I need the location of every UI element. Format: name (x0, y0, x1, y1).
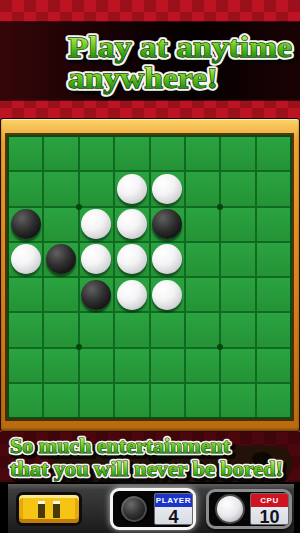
cpu-score: 10 (251, 507, 288, 525)
pause-icon (53, 501, 60, 518)
white-disc (81, 244, 111, 274)
board-cell[interactable] (115, 384, 148, 417)
board-cell[interactable] (44, 349, 77, 382)
board-cell[interactable] (9, 137, 42, 170)
black-disc (46, 244, 76, 274)
board-cell[interactable] (44, 278, 77, 311)
board (7, 135, 292, 419)
board-cell[interactable] (115, 137, 148, 170)
board-cell[interactable] (115, 172, 148, 205)
board-cell[interactable] (80, 349, 113, 382)
board-cell[interactable] (80, 208, 113, 241)
white-disc (117, 174, 147, 204)
white-disc (117, 244, 147, 274)
board-cell[interactable] (186, 208, 219, 241)
app-screen: Play at anytime anywhere! Play at anytim… (0, 0, 300, 533)
board-cell[interactable] (221, 384, 254, 417)
cpu-label: CPU (251, 494, 288, 507)
board-cell[interactable] (80, 172, 113, 205)
board-cell[interactable] (115, 243, 148, 276)
board-cell[interactable] (186, 137, 219, 170)
board-cell[interactable] (151, 384, 184, 417)
board-cell[interactable] (151, 278, 184, 311)
board-cell[interactable] (257, 384, 290, 417)
board-cell[interactable] (151, 137, 184, 170)
top-banner-text: Play at anytime anywhere! Play at anytim… (0, 22, 300, 100)
player-score: 4 (155, 507, 192, 525)
board-cell[interactable] (257, 278, 290, 311)
bottom-banner: So much entertainment that you will neve… (0, 432, 300, 482)
board-cell[interactable] (9, 349, 42, 382)
board-cell[interactable] (221, 243, 254, 276)
board-cell[interactable] (44, 384, 77, 417)
board-cell[interactable] (44, 137, 77, 170)
board-cell[interactable] (44, 313, 77, 346)
board-cell[interactable] (186, 172, 219, 205)
black-disc (152, 209, 182, 239)
white-disc (81, 209, 111, 239)
board-cell[interactable] (151, 172, 184, 205)
hud-bar: PLAYER 4 CPU 10 (0, 482, 300, 533)
bottom-banner-text: So much entertainment that you will neve… (0, 432, 300, 482)
board-frame (0, 118, 300, 432)
star-point-icon (217, 344, 223, 350)
board-cell[interactable] (151, 313, 184, 346)
top-banner: Play at anytime anywhere! Play at anytim… (0, 22, 300, 100)
board-cell[interactable] (186, 313, 219, 346)
star-point-icon (217, 204, 223, 210)
board-cell[interactable] (115, 349, 148, 382)
board-cell[interactable] (151, 208, 184, 241)
board-grid (9, 137, 290, 417)
white-disc (152, 174, 182, 204)
player-label: PLAYER (155, 494, 192, 507)
cpu-score-box: CPU 10 (206, 489, 292, 529)
board-cell[interactable] (80, 313, 113, 346)
board-cell[interactable] (9, 278, 42, 311)
board-cell[interactable] (80, 137, 113, 170)
board-cell[interactable] (9, 208, 42, 241)
board-cell[interactable] (115, 208, 148, 241)
cpu-score-panel: CPU 10 (250, 493, 289, 525)
board-cell[interactable] (151, 349, 184, 382)
board-cell[interactable] (221, 313, 254, 346)
top-line1: Play at anytime (68, 30, 292, 63)
board-cell[interactable] (44, 172, 77, 205)
white-disc (117, 209, 147, 239)
black-disc (11, 209, 41, 239)
board-cell[interactable] (80, 278, 113, 311)
black-disc (81, 280, 111, 310)
board-cell[interactable] (257, 137, 290, 170)
bottom-line1: So much entertainment (10, 434, 230, 458)
board-cell[interactable] (257, 349, 290, 382)
white-disc-icon (215, 494, 245, 524)
pause-button[interactable] (16, 492, 82, 526)
board-cell[interactable] (151, 243, 184, 276)
board-cell[interactable] (9, 384, 42, 417)
board-cell[interactable] (80, 243, 113, 276)
board-cell[interactable] (186, 349, 219, 382)
top-line2: anywhere! (68, 61, 218, 94)
board-cell[interactable] (9, 313, 42, 346)
board-cell[interactable] (80, 384, 113, 417)
star-point-icon (76, 344, 82, 350)
white-disc (152, 280, 182, 310)
board-cell[interactable] (44, 208, 77, 241)
board-cell[interactable] (221, 137, 254, 170)
white-disc (11, 244, 41, 274)
player-score-box: PLAYER 4 (110, 488, 196, 530)
bottom-line2: that you will never be bored! (10, 457, 283, 481)
player-score-panel: PLAYER 4 (154, 493, 193, 525)
board-cell[interactable] (257, 208, 290, 241)
white-disc (117, 280, 147, 310)
board-cell[interactable] (115, 313, 148, 346)
board-cell[interactable] (44, 243, 77, 276)
board-cell[interactable] (221, 208, 254, 241)
board-cell[interactable] (186, 243, 219, 276)
board-cell[interactable] (9, 172, 42, 205)
star-point-icon (76, 204, 82, 210)
pause-icon (38, 501, 45, 518)
black-disc-icon (119, 494, 149, 524)
board-cell[interactable] (115, 278, 148, 311)
board-cell[interactable] (257, 172, 290, 205)
board-cell[interactable] (221, 349, 254, 382)
board-cell[interactable] (257, 313, 290, 346)
board-cell[interactable] (221, 172, 254, 205)
board-cell[interactable] (186, 278, 219, 311)
board-cell[interactable] (257, 243, 290, 276)
board-cell[interactable] (186, 384, 219, 417)
board-cell[interactable] (9, 243, 42, 276)
white-disc (152, 244, 182, 274)
board-cell[interactable] (221, 278, 254, 311)
